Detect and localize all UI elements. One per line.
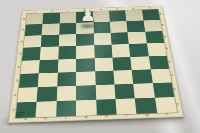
square-d3 — [76, 71, 95, 86]
square-d1 — [76, 100, 96, 116]
square-h8 — [142, 9, 160, 20]
square-h1 — [155, 97, 177, 113]
square-f2 — [114, 84, 135, 99]
square-d6 — [76, 34, 94, 46]
square-f1 — [115, 98, 136, 114]
maker-logo — [16, 112, 25, 117]
square-h7 — [143, 20, 162, 32]
square-b8 — [43, 13, 60, 24]
square-b7 — [42, 23, 60, 35]
square-a3 — [19, 73, 39, 88]
square-a2 — [17, 87, 38, 102]
square-b4 — [39, 59, 58, 73]
square-b3 — [38, 72, 58, 87]
square-g4 — [130, 56, 150, 70]
square-c2 — [57, 86, 77, 101]
square-g6 — [128, 32, 147, 44]
square-f4 — [112, 57, 132, 71]
square-b2 — [37, 86, 57, 101]
square-b1 — [36, 101, 57, 117]
square-f3 — [113, 70, 133, 85]
square-a4 — [21, 60, 41, 74]
square-b6 — [41, 35, 59, 48]
photo-roll-up-chessboard: abcdefgh abcdefgh 87654321 87654321 ♟ — [0, 0, 200, 133]
square-c5 — [58, 46, 76, 59]
square-a8 — [26, 13, 44, 24]
square-e5 — [94, 45, 113, 58]
square-g2 — [133, 83, 154, 98]
square-c6 — [59, 34, 77, 46]
square-d2 — [76, 85, 96, 100]
square-c3 — [57, 72, 76, 87]
square-c7 — [59, 23, 76, 35]
square-h4 — [148, 55, 168, 69]
white-pawn: ♟ — [79, 4, 97, 26]
square-h6 — [145, 31, 164, 43]
square-h5 — [147, 43, 167, 56]
square-f5 — [111, 44, 130, 57]
square-c8 — [60, 12, 77, 23]
square-h2 — [152, 82, 174, 97]
square-h3 — [150, 68, 171, 82]
square-e4 — [94, 57, 113, 71]
square-e1 — [96, 99, 117, 115]
square-f8 — [109, 10, 127, 21]
square-a5 — [22, 47, 41, 60]
square-d5 — [76, 45, 94, 58]
square-d4 — [76, 58, 95, 72]
square-a6 — [23, 35, 41, 48]
square-e6 — [93, 33, 111, 45]
square-c4 — [58, 59, 77, 73]
square-e3 — [95, 70, 115, 85]
square-g8 — [125, 10, 143, 21]
square-g5 — [129, 44, 148, 57]
square-f6 — [111, 32, 129, 44]
square-e2 — [95, 84, 115, 99]
square-f7 — [110, 21, 128, 33]
square-g7 — [126, 21, 144, 33]
square-c1 — [56, 100, 76, 116]
square-g3 — [132, 69, 153, 83]
square-g1 — [135, 98, 157, 114]
square-a7 — [25, 24, 43, 36]
square-b5 — [40, 47, 59, 60]
